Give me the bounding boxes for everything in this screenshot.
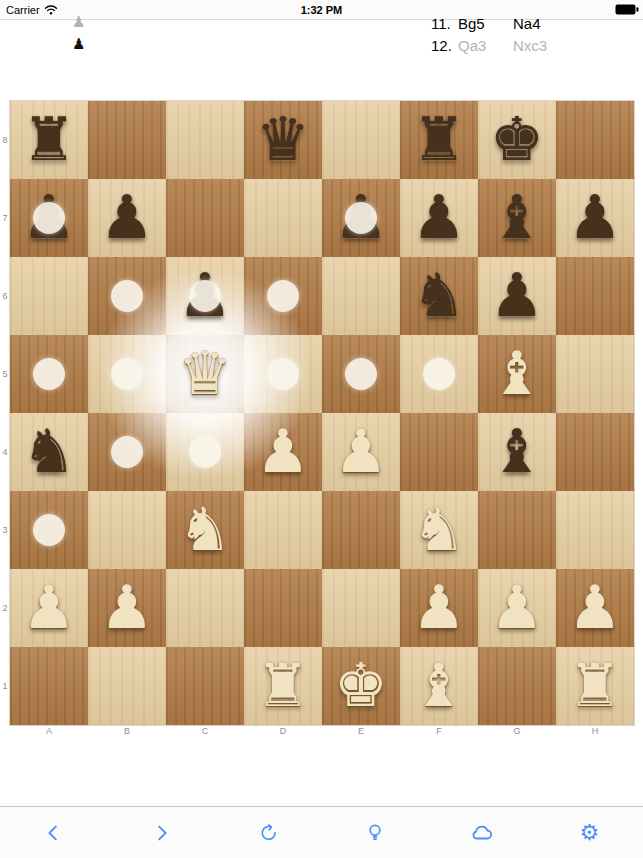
square-b5[interactable] xyxy=(88,335,166,413)
square-g6[interactable]: ♟ xyxy=(478,257,556,335)
square-f7[interactable]: ♟ xyxy=(400,179,478,257)
replay-button[interactable] xyxy=(214,807,321,858)
file-label-c: C xyxy=(166,726,244,736)
square-c3[interactable]: ♞ xyxy=(166,491,244,569)
piece-black-rook[interactable]: ♜ xyxy=(10,101,88,179)
square-d7[interactable] xyxy=(244,179,322,257)
square-f6[interactable]: ♞ xyxy=(400,257,478,335)
square-a7[interactable]: ♟ xyxy=(10,179,88,257)
move-row-11[interactable]: 11. Bg5 Na4 xyxy=(431,12,547,34)
bottom-toolbar: ⚙ xyxy=(0,806,643,858)
piece-black-bishop[interactable]: ♝ xyxy=(478,179,556,257)
legal-move-dot-a3[interactable] xyxy=(33,514,65,546)
square-h8[interactable] xyxy=(556,101,634,179)
cloud-button[interactable] xyxy=(429,807,536,858)
legal-move-dot-f5[interactable] xyxy=(423,358,455,390)
square-g3[interactable] xyxy=(478,491,556,569)
square-d1[interactable]: ♜ xyxy=(244,647,322,725)
square-b4[interactable] xyxy=(88,413,166,491)
rank-label-1: 1 xyxy=(0,647,10,725)
settings-button[interactable]: ⚙ xyxy=(536,807,643,858)
square-d3[interactable] xyxy=(244,491,322,569)
square-c4[interactable] xyxy=(166,413,244,491)
square-g4[interactable]: ♝ xyxy=(478,413,556,491)
square-h3[interactable] xyxy=(556,491,634,569)
square-e6[interactable] xyxy=(322,257,400,335)
square-f3[interactable]: ♞ xyxy=(400,491,478,569)
square-h1[interactable]: ♜ xyxy=(556,647,634,725)
piece-black-pawn[interactable]: ♟ xyxy=(478,257,556,335)
square-b3[interactable] xyxy=(88,491,166,569)
square-g7[interactable]: ♝ xyxy=(478,179,556,257)
piece-white-pawn[interactable]: ♟ xyxy=(88,569,166,647)
square-d6[interactable] xyxy=(244,257,322,335)
cloud-icon xyxy=(469,822,495,844)
square-e3[interactable] xyxy=(322,491,400,569)
move-list[interactable]: 11. Bg5 Na4 12. Qa3 Nxc3 xyxy=(431,12,547,56)
lightbulb-icon xyxy=(364,822,386,844)
legal-move-dot-b4[interactable] xyxy=(111,436,143,468)
legal-move-dot-c6[interactable] xyxy=(189,280,221,312)
rank-label-4: 4 xyxy=(0,413,10,491)
move-number: 12. xyxy=(431,37,458,54)
rank-label-5: 5 xyxy=(0,335,10,413)
square-h2[interactable]: ♟ xyxy=(556,569,634,647)
rank-label-7: 7 xyxy=(0,179,10,257)
square-a8[interactable]: ♜ xyxy=(10,101,88,179)
square-b6[interactable] xyxy=(88,257,166,335)
piece-black-queen[interactable]: ♛ xyxy=(244,101,322,179)
square-e8[interactable] xyxy=(322,101,400,179)
square-a2[interactable]: ♟ xyxy=(10,569,88,647)
gear-icon: ⚙ xyxy=(580,822,600,844)
piece-black-pawn[interactable]: ♟ xyxy=(400,179,478,257)
app-screen: Carrier 1:32 PM ♟ ♟ 11. xyxy=(0,0,643,858)
square-a3[interactable] xyxy=(10,491,88,569)
piece-black-rook[interactable]: ♜ xyxy=(400,101,478,179)
piece-white-pawn[interactable]: ♟ xyxy=(478,569,556,647)
square-c7[interactable] xyxy=(166,179,244,257)
square-b2[interactable]: ♟ xyxy=(88,569,166,647)
piece-black-pawn[interactable]: ♟ xyxy=(556,179,634,257)
chevron-right-icon xyxy=(150,822,172,844)
square-f5[interactable] xyxy=(400,335,478,413)
square-c6[interactable]: ♟ xyxy=(166,257,244,335)
piece-white-pawn[interactable]: ♟ xyxy=(244,413,322,491)
square-a5[interactable] xyxy=(10,335,88,413)
piece-black-bishop[interactable]: ♝ xyxy=(478,413,556,491)
legal-move-dot-a7[interactable] xyxy=(33,202,65,234)
square-b8[interactable] xyxy=(88,101,166,179)
piece-white-pawn[interactable]: ♟ xyxy=(400,569,478,647)
square-c2[interactable] xyxy=(166,569,244,647)
square-g2[interactable]: ♟ xyxy=(478,569,556,647)
piece-white-rook[interactable]: ♜ xyxy=(244,647,322,725)
rank-label-6: 6 xyxy=(0,257,10,335)
piece-white-king[interactable]: ♚ xyxy=(322,647,400,725)
file-labels: ABCDEFGH xyxy=(10,726,634,736)
file-label-e: E xyxy=(322,726,400,736)
hint-button[interactable] xyxy=(322,807,429,858)
white-move[interactable]: Bg5 xyxy=(458,15,513,32)
black-player-pawn-icon: ♟ xyxy=(72,35,85,54)
chess-board[interactable]: ♜♛♜♚♟♟♟♟♝♟♟♞♟♛♝♞♟♟♝♞♞♟♟♟♟♟♜♚♝♜ xyxy=(10,101,634,725)
replay-rotate-icon xyxy=(257,822,279,844)
square-c1[interactable] xyxy=(166,647,244,725)
black-move[interactable]: Na4 xyxy=(513,15,541,32)
piece-white-pawn[interactable]: ♟ xyxy=(556,569,634,647)
piece-black-king[interactable]: ♚ xyxy=(478,101,556,179)
white-move-future[interactable]: Qa3 xyxy=(458,37,513,54)
move-number: 11. xyxy=(431,15,458,32)
legal-move-dot-a5[interactable] xyxy=(33,358,65,390)
square-f2[interactable]: ♟ xyxy=(400,569,478,647)
player-indicators: ♟ ♟ xyxy=(72,13,85,54)
battery-icon xyxy=(615,4,639,17)
piece-white-bishop[interactable]: ♝ xyxy=(478,335,556,413)
white-player-pawn-icon: ♟ xyxy=(72,13,85,32)
file-label-b: B xyxy=(88,726,166,736)
square-d2[interactable] xyxy=(244,569,322,647)
square-a1[interactable] xyxy=(10,647,88,725)
rank-label-8: 8 xyxy=(0,101,10,179)
legal-move-dot-d6[interactable] xyxy=(267,280,299,312)
rank-label-2: 2 xyxy=(0,569,10,647)
square-e5[interactable] xyxy=(322,335,400,413)
legal-move-dot-b6[interactable] xyxy=(111,280,143,312)
square-h5[interactable] xyxy=(556,335,634,413)
move-row-12[interactable]: 12. Qa3 Nxc3 xyxy=(431,34,547,56)
square-f4[interactable] xyxy=(400,413,478,491)
file-label-d: D xyxy=(244,726,322,736)
file-label-a: A xyxy=(10,726,88,736)
piece-black-knight[interactable]: ♞ xyxy=(10,413,88,491)
square-g5[interactable]: ♝ xyxy=(478,335,556,413)
legal-move-dot-c4[interactable] xyxy=(189,436,221,468)
square-d5[interactable] xyxy=(244,335,322,413)
legal-move-dot-e7[interactable] xyxy=(345,202,377,234)
piece-black-pawn[interactable]: ♟ xyxy=(88,179,166,257)
file-label-f: F xyxy=(400,726,478,736)
square-e1[interactable]: ♚ xyxy=(322,647,400,725)
square-b7[interactable]: ♟ xyxy=(88,179,166,257)
piece-black-knight[interactable]: ♞ xyxy=(400,257,478,335)
square-g8[interactable]: ♚ xyxy=(478,101,556,179)
square-g1[interactable] xyxy=(478,647,556,725)
piece-white-queen[interactable]: ♛ xyxy=(166,335,244,413)
square-h6[interactable] xyxy=(556,257,634,335)
legal-move-dot-b5[interactable] xyxy=(111,358,143,390)
chevron-left-icon xyxy=(43,822,65,844)
legal-move-dot-d5[interactable] xyxy=(267,358,299,390)
piece-white-pawn[interactable]: ♟ xyxy=(322,413,400,491)
piece-white-bishop[interactable]: ♝ xyxy=(400,647,478,725)
square-a6[interactable] xyxy=(10,257,88,335)
square-e4[interactable]: ♟ xyxy=(322,413,400,491)
square-c5[interactable]: ♛ xyxy=(166,335,244,413)
square-f1[interactable]: ♝ xyxy=(400,647,478,725)
square-f8[interactable]: ♜ xyxy=(400,101,478,179)
square-e2[interactable] xyxy=(322,569,400,647)
rank-label-3: 3 xyxy=(0,491,10,569)
rank-labels: 87654321 xyxy=(0,101,10,725)
file-label-g: G xyxy=(478,726,556,736)
piece-white-knight[interactable]: ♞ xyxy=(400,491,478,569)
square-d8[interactable]: ♛ xyxy=(244,101,322,179)
square-e7[interactable]: ♟ xyxy=(322,179,400,257)
square-h4[interactable] xyxy=(556,413,634,491)
square-h7[interactable]: ♟ xyxy=(556,179,634,257)
forward-button[interactable] xyxy=(107,807,214,858)
piece-white-knight[interactable]: ♞ xyxy=(166,491,244,569)
square-c8[interactable] xyxy=(166,101,244,179)
piece-white-rook[interactable]: ♜ xyxy=(556,647,634,725)
black-move-future[interactable]: Nxc3 xyxy=(513,37,547,54)
legal-move-dot-e5[interactable] xyxy=(345,358,377,390)
back-button[interactable] xyxy=(0,807,107,858)
square-b1[interactable] xyxy=(88,647,166,725)
file-label-h: H xyxy=(556,726,634,736)
piece-white-pawn[interactable]: ♟ xyxy=(10,569,88,647)
square-d4[interactable]: ♟ xyxy=(244,413,322,491)
square-a4[interactable]: ♞ xyxy=(10,413,88,491)
